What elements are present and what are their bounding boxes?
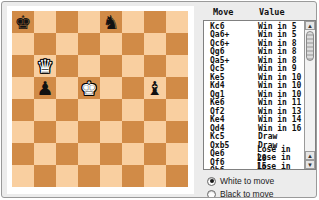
chess-board: ♚♞♛♟♚♝: [12, 11, 188, 187]
square-h2[interactable]: [166, 143, 188, 165]
move-row[interactable]: Ke4Win in 14: [204, 116, 304, 125]
square-e7[interactable]: [100, 33, 122, 55]
black-pawn: ♟: [34, 77, 56, 99]
black-to-move-label: Black to move: [220, 189, 273, 198]
square-b1[interactable]: [34, 165, 56, 187]
square-a6[interactable]: [12, 55, 34, 77]
white-queen: ♛: [34, 55, 56, 77]
move-row[interactable]: Kc5Draw: [204, 133, 304, 142]
square-b8[interactable]: [34, 11, 56, 33]
square-c3[interactable]: [56, 121, 78, 143]
square-e3[interactable]: [100, 121, 122, 143]
board-panel: ♚♞♛♟♚♝: [7, 6, 194, 194]
square-e8[interactable]: ♞: [100, 11, 122, 33]
square-c5[interactable]: [56, 77, 78, 99]
square-f6[interactable]: [122, 55, 144, 77]
square-f2[interactable]: [122, 143, 144, 165]
square-g7[interactable]: [144, 33, 166, 55]
square-f3[interactable]: [122, 121, 144, 143]
square-h7[interactable]: [166, 33, 188, 55]
scrollbar-thumb[interactable]: [306, 31, 314, 61]
move-row[interactable]: Qh6Lose in 15: [204, 167, 304, 171]
square-d4[interactable]: [78, 99, 100, 121]
square-c2[interactable]: [56, 143, 78, 165]
white-to-move-option[interactable]: White to move: [207, 175, 316, 187]
square-d3[interactable]: [78, 121, 100, 143]
value-column-header: Value: [259, 7, 285, 17]
scroll-up-icon[interactable]: ▲: [305, 21, 315, 30]
tablebase-window: ♚♞♛♟♚♝ Move Value Kc6Win in 5Qa6+Win in …: [1, 1, 317, 198]
white-to-move-label: White to move: [220, 176, 274, 186]
square-c8[interactable]: [56, 11, 78, 33]
square-b7[interactable]: [34, 33, 56, 55]
square-f7[interactable]: [122, 33, 144, 55]
radio-unselected-icon[interactable]: [207, 190, 216, 199]
square-d7[interactable]: [78, 33, 100, 55]
move-row[interactable]: Kd4Win in 10: [204, 82, 304, 91]
square-e6[interactable]: [100, 55, 122, 77]
square-g8[interactable]: [144, 11, 166, 33]
square-f1[interactable]: [122, 165, 144, 187]
square-e5[interactable]: [100, 77, 122, 99]
black-king: ♚: [12, 11, 34, 33]
black-to-move-option[interactable]: Black to move: [207, 188, 316, 198]
square-a3[interactable]: [12, 121, 34, 143]
square-e2[interactable]: [100, 143, 122, 165]
square-h5[interactable]: [166, 77, 188, 99]
move-column-header: Move: [213, 7, 259, 17]
square-h4[interactable]: [166, 99, 188, 121]
square-g2[interactable]: [144, 143, 166, 165]
square-g6[interactable]: [144, 55, 166, 77]
move-cell: Qh6: [210, 166, 257, 170]
square-a1[interactable]: [12, 165, 34, 187]
square-e4[interactable]: [100, 99, 122, 121]
square-h8[interactable]: [166, 11, 188, 33]
scrollbar[interactable]: ▲ ▲ ▼: [304, 21, 315, 169]
square-a5[interactable]: [12, 77, 34, 99]
analysis-panel: Move Value Kc6Win in 5Qa6+Win in 5Qc6+Wi…: [203, 6, 316, 198]
scroll-up-icon[interactable]: ▲: [305, 151, 315, 160]
square-d1[interactable]: [78, 165, 100, 187]
square-c6[interactable]: [56, 55, 78, 77]
move-row[interactable]: Qc5Win in 9: [204, 65, 304, 74]
black-bishop: ♝: [144, 77, 166, 99]
side-to-move-selector: White to move Black to move: [203, 175, 316, 198]
value-cell: Lose in 15: [257, 162, 304, 170]
square-a2[interactable]: [12, 143, 34, 165]
square-b4[interactable]: [34, 99, 56, 121]
square-f4[interactable]: [122, 99, 144, 121]
square-a7[interactable]: [12, 33, 34, 55]
radio-selected-icon[interactable]: [207, 177, 216, 186]
square-d2[interactable]: [78, 143, 100, 165]
square-h3[interactable]: [166, 121, 188, 143]
move-row[interactable]: Qg6Win in 8: [204, 48, 304, 57]
square-a8[interactable]: ♚: [12, 11, 34, 33]
move-row[interactable]: Qd4Win in 16: [204, 124, 304, 133]
move-row[interactable]: Qa6+Win in 5: [204, 31, 304, 40]
square-g3[interactable]: [144, 121, 166, 143]
list-header: Move Value: [203, 6, 316, 18]
square-b5[interactable]: ♟: [34, 77, 56, 99]
scroll-down-icon[interactable]: ▼: [305, 160, 315, 169]
black-knight: ♞: [100, 11, 122, 33]
square-h1[interactable]: [166, 165, 188, 187]
square-h6[interactable]: [166, 55, 188, 77]
white-king: ♚: [78, 77, 100, 99]
square-g1[interactable]: [144, 165, 166, 187]
square-d6[interactable]: [78, 55, 100, 77]
square-b2[interactable]: [34, 143, 56, 165]
square-c1[interactable]: [56, 165, 78, 187]
square-c7[interactable]: [56, 33, 78, 55]
square-f5[interactable]: [122, 77, 144, 99]
square-c4[interactable]: [56, 99, 78, 121]
square-b3[interactable]: [34, 121, 56, 143]
move-row[interactable]: Ke6Win in 11: [204, 99, 304, 108]
square-d5[interactable]: ♚: [78, 77, 100, 99]
square-b6[interactable]: ♛: [34, 55, 56, 77]
square-g4[interactable]: [144, 99, 166, 121]
square-d8[interactable]: [78, 11, 100, 33]
square-a4[interactable]: [12, 99, 34, 121]
square-g5[interactable]: ♝: [144, 77, 166, 99]
square-e1[interactable]: [100, 165, 122, 187]
move-list: Kc6Win in 5Qa6+Win in 5Qc6+Win in 8Qg6Wi…: [203, 20, 316, 170]
square-f8[interactable]: [122, 11, 144, 33]
